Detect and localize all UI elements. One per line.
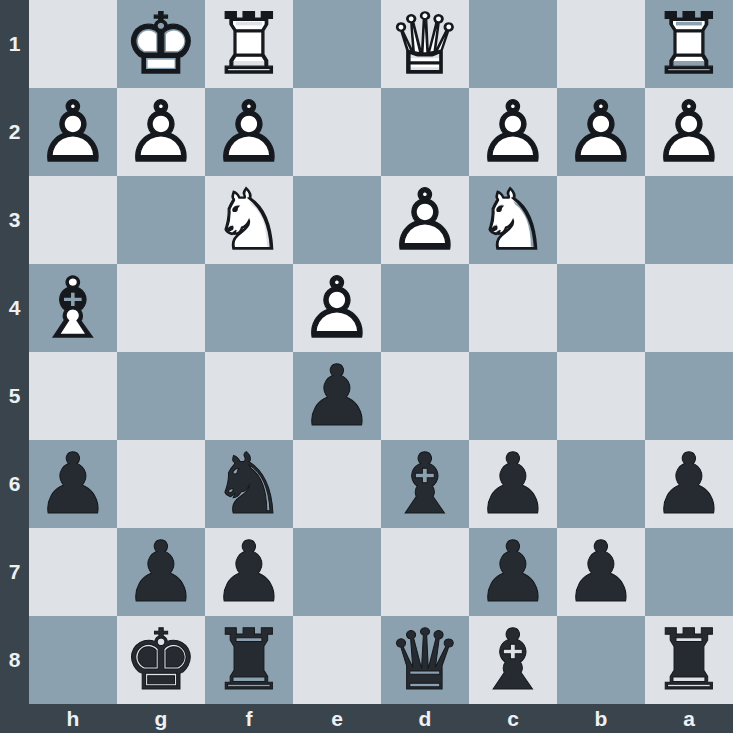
square-h5[interactable] xyxy=(29,352,117,440)
white-knight-outline: ♘ xyxy=(469,176,557,264)
square-d6[interactable]: ♝ xyxy=(381,440,469,528)
rank-label-5: 5 xyxy=(0,352,29,440)
piece-white-knight: ♞♘ xyxy=(469,176,557,264)
rank-label-1: 1 xyxy=(0,0,29,88)
square-d8[interactable]: ♛ xyxy=(381,616,469,704)
piece-black-pawn: ♟ xyxy=(469,440,557,528)
square-g7[interactable]: ♟ xyxy=(117,528,205,616)
square-f6[interactable]: ♞ xyxy=(205,440,293,528)
rank-label-7: 7 xyxy=(0,528,29,616)
file-label-f: f xyxy=(205,704,293,733)
black-rook-glyph: ♜ xyxy=(645,616,733,704)
black-pawn-glyph: ♟ xyxy=(29,440,117,528)
black-bishop-glyph: ♝ xyxy=(469,616,557,704)
square-f3[interactable]: ♞♘ xyxy=(205,176,293,264)
black-bishop-glyph: ♝ xyxy=(381,440,469,528)
piece-black-pawn: ♟ xyxy=(205,528,293,616)
black-king-glyph: ♚ xyxy=(117,616,205,704)
piece-white-king: ♚♔ xyxy=(117,0,205,88)
square-f1[interactable]: ♜♖ xyxy=(205,0,293,88)
square-f7[interactable]: ♟ xyxy=(205,528,293,616)
square-d7[interactable] xyxy=(381,528,469,616)
square-e8[interactable] xyxy=(293,616,381,704)
piece-black-queen: ♛ xyxy=(381,616,469,704)
square-f4[interactable] xyxy=(205,264,293,352)
piece-black-king: ♚ xyxy=(117,616,205,704)
piece-white-pawn: ♟♙ xyxy=(381,176,469,264)
square-g2[interactable]: ♟♙ xyxy=(117,88,205,176)
chess-board-panel: 12345678 ♚♔♜♖♛♕♜♖♟♙♟♙♟♙♟♙♟♙♟♙♞♘♟♙♞♘♝♗♟♙♟… xyxy=(0,0,733,733)
square-a4[interactable] xyxy=(645,264,733,352)
rank-label-4: 4 xyxy=(0,264,29,352)
square-h3[interactable] xyxy=(29,176,117,264)
black-pawn-glyph: ♟ xyxy=(557,528,645,616)
piece-white-pawn: ♟♙ xyxy=(557,88,645,176)
square-h4[interactable]: ♝♗ xyxy=(29,264,117,352)
square-g1[interactable]: ♚♔ xyxy=(117,0,205,88)
piece-black-bishop: ♝ xyxy=(381,440,469,528)
square-d2[interactable] xyxy=(381,88,469,176)
white-knight-outline: ♘ xyxy=(205,176,293,264)
square-h7[interactable] xyxy=(29,528,117,616)
piece-black-pawn: ♟ xyxy=(469,528,557,616)
white-king-outline: ♔ xyxy=(117,0,205,88)
piece-black-pawn: ♟ xyxy=(557,528,645,616)
white-pawn-outline: ♙ xyxy=(557,88,645,176)
piece-white-knight: ♞♘ xyxy=(205,176,293,264)
square-h8[interactable] xyxy=(29,616,117,704)
square-c3[interactable]: ♞♘ xyxy=(469,176,557,264)
square-b4[interactable] xyxy=(557,264,645,352)
square-g4[interactable] xyxy=(117,264,205,352)
square-d1[interactable]: ♛♕ xyxy=(381,0,469,88)
square-a2[interactable]: ♟♙ xyxy=(645,88,733,176)
piece-black-knight: ♞ xyxy=(205,440,293,528)
square-f8[interactable]: ♜ xyxy=(205,616,293,704)
piece-black-pawn: ♟ xyxy=(117,528,205,616)
square-h1[interactable] xyxy=(29,0,117,88)
square-b5[interactable] xyxy=(557,352,645,440)
piece-white-pawn: ♟♙ xyxy=(117,88,205,176)
rank-labels: 12345678 xyxy=(0,0,29,704)
white-pawn-outline: ♙ xyxy=(293,264,381,352)
square-a8[interactable]: ♜ xyxy=(645,616,733,704)
square-c1[interactable] xyxy=(469,0,557,88)
square-b3[interactable] xyxy=(557,176,645,264)
square-g6[interactable] xyxy=(117,440,205,528)
square-e1[interactable] xyxy=(293,0,381,88)
square-c8[interactable]: ♝ xyxy=(469,616,557,704)
board: ♚♔♜♖♛♕♜♖♟♙♟♙♟♙♟♙♟♙♟♙♞♘♟♙♞♘♝♗♟♙♟♟♞♝♟♟♟♟♟♟… xyxy=(29,0,733,704)
square-b2[interactable]: ♟♙ xyxy=(557,88,645,176)
rank-label-3: 3 xyxy=(0,176,29,264)
piece-white-pawn: ♟♙ xyxy=(293,264,381,352)
square-e6[interactable] xyxy=(293,440,381,528)
square-e7[interactable] xyxy=(293,528,381,616)
black-knight-glyph: ♞ xyxy=(205,440,293,528)
square-b6[interactable] xyxy=(557,440,645,528)
black-queen-glyph: ♛ xyxy=(381,616,469,704)
rank-label-6: 6 xyxy=(0,440,29,528)
white-pawn-outline: ♙ xyxy=(29,88,117,176)
square-a7[interactable] xyxy=(645,528,733,616)
square-d4[interactable] xyxy=(381,264,469,352)
piece-white-rook: ♜♖ xyxy=(645,0,733,88)
white-rook-outline: ♖ xyxy=(645,0,733,88)
rank-label-2: 2 xyxy=(0,88,29,176)
square-c6[interactable]: ♟ xyxy=(469,440,557,528)
piece-black-pawn: ♟ xyxy=(645,440,733,528)
black-pawn-glyph: ♟ xyxy=(293,352,381,440)
square-e4[interactable]: ♟♙ xyxy=(293,264,381,352)
square-g8[interactable]: ♚ xyxy=(117,616,205,704)
file-label-g: g xyxy=(117,704,205,733)
black-pawn-glyph: ♟ xyxy=(469,440,557,528)
square-a6[interactable]: ♟ xyxy=(645,440,733,528)
square-b1[interactable] xyxy=(557,0,645,88)
white-rook-outline: ♖ xyxy=(205,0,293,88)
white-pawn-outline: ♙ xyxy=(205,88,293,176)
piece-white-queen: ♛♕ xyxy=(381,0,469,88)
white-pawn-outline: ♙ xyxy=(381,176,469,264)
white-pawn-outline: ♙ xyxy=(469,88,557,176)
square-g3[interactable] xyxy=(117,176,205,264)
piece-black-bishop: ♝ xyxy=(469,616,557,704)
square-e2[interactable] xyxy=(293,88,381,176)
piece-black-rook: ♜ xyxy=(205,616,293,704)
file-label-h: h xyxy=(29,704,117,733)
white-pawn-outline: ♙ xyxy=(117,88,205,176)
file-label-e: e xyxy=(293,704,381,733)
black-pawn-glyph: ♟ xyxy=(645,440,733,528)
white-bishop-outline: ♗ xyxy=(29,264,117,352)
square-a1[interactable]: ♜♖ xyxy=(645,0,733,88)
square-c2[interactable]: ♟♙ xyxy=(469,88,557,176)
white-pawn-outline: ♙ xyxy=(645,88,733,176)
square-c5[interactable] xyxy=(469,352,557,440)
square-e3[interactable] xyxy=(293,176,381,264)
square-h2[interactable]: ♟♙ xyxy=(29,88,117,176)
square-g5[interactable] xyxy=(117,352,205,440)
file-label-d: d xyxy=(381,704,469,733)
square-f2[interactable]: ♟♙ xyxy=(205,88,293,176)
piece-white-pawn: ♟♙ xyxy=(205,88,293,176)
piece-white-pawn: ♟♙ xyxy=(29,88,117,176)
black-rook-glyph: ♜ xyxy=(205,616,293,704)
square-e5[interactable]: ♟ xyxy=(293,352,381,440)
square-b8[interactable] xyxy=(557,616,645,704)
file-label-a: a xyxy=(645,704,733,733)
piece-white-pawn: ♟♙ xyxy=(469,88,557,176)
file-label-c: c xyxy=(469,704,557,733)
square-f5[interactable] xyxy=(205,352,293,440)
white-queen-outline: ♕ xyxy=(381,0,469,88)
black-pawn-glyph: ♟ xyxy=(469,528,557,616)
square-b7[interactable]: ♟ xyxy=(557,528,645,616)
file-labels: hgfedcba xyxy=(29,704,733,733)
rank-label-8: 8 xyxy=(0,616,29,704)
square-c7[interactable]: ♟ xyxy=(469,528,557,616)
square-c4[interactable] xyxy=(469,264,557,352)
square-d3[interactable]: ♟♙ xyxy=(381,176,469,264)
black-pawn-glyph: ♟ xyxy=(205,528,293,616)
black-pawn-glyph: ♟ xyxy=(117,528,205,616)
square-d5[interactable] xyxy=(381,352,469,440)
file-label-b: b xyxy=(557,704,645,733)
piece-black-rook: ♜ xyxy=(645,616,733,704)
square-a3[interactable] xyxy=(645,176,733,264)
piece-white-bishop: ♝♗ xyxy=(29,264,117,352)
piece-white-pawn: ♟♙ xyxy=(645,88,733,176)
piece-white-rook: ♜♖ xyxy=(205,0,293,88)
piece-black-pawn: ♟ xyxy=(29,440,117,528)
piece-black-pawn: ♟ xyxy=(293,352,381,440)
square-h6[interactable]: ♟ xyxy=(29,440,117,528)
square-a5[interactable] xyxy=(645,352,733,440)
